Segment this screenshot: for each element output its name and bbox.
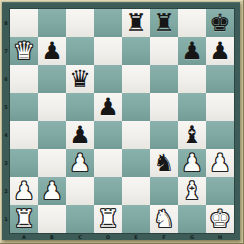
square-e2[interactable] <box>122 177 150 205</box>
square-a5[interactable] <box>10 93 38 121</box>
square-d8[interactable] <box>94 9 122 37</box>
file-labels: ABCDEFGH <box>10 233 234 241</box>
square-b8[interactable] <box>38 9 66 37</box>
piece-black-pawn: ♟ <box>94 93 122 121</box>
file-label-d: D <box>94 233 122 241</box>
file-label-e: E <box>122 233 150 241</box>
square-d3[interactable] <box>94 149 122 177</box>
square-a8[interactable] <box>10 9 38 37</box>
square-d5[interactable]: ♟ <box>94 93 122 121</box>
piece-white-pawn: ♟ <box>10 177 38 205</box>
square-f3[interactable]: ♞ <box>150 149 178 177</box>
square-a3[interactable] <box>10 149 38 177</box>
square-h6[interactable] <box>206 65 234 93</box>
rank-label-7: 7 <box>2 37 10 65</box>
rank-label-8: 8 <box>2 9 10 37</box>
piece-black-knight: ♞ <box>150 149 178 177</box>
square-c4[interactable]: ♟ <box>66 121 94 149</box>
square-b2[interactable]: ♟ <box>38 177 66 205</box>
square-b1[interactable] <box>38 205 66 233</box>
rank-labels: 87654321 <box>2 9 10 233</box>
square-f1[interactable]: ♞ <box>150 205 178 233</box>
piece-black-bishop: ♝ <box>178 121 206 149</box>
square-c8[interactable] <box>66 9 94 37</box>
rank-label-4: 4 <box>2 121 10 149</box>
square-b3[interactable] <box>38 149 66 177</box>
piece-black-rook: ♜ <box>150 9 178 37</box>
piece-black-pawn: ♟ <box>178 37 206 65</box>
rank-label-2: 2 <box>2 177 10 205</box>
piece-white-queen: ♛ <box>10 37 38 65</box>
rank-label-5: 5 <box>2 93 10 121</box>
square-c3[interactable]: ♟ <box>66 149 94 177</box>
square-d7[interactable] <box>94 37 122 65</box>
square-b6[interactable] <box>38 65 66 93</box>
chess-board: ♜♜♚♛♟♟♟♛♟♟♝♟♞♟♟♟♟♝♜♜♞♚ <box>10 9 234 233</box>
piece-white-knight: ♞ <box>150 205 178 233</box>
square-c7[interactable] <box>66 37 94 65</box>
square-f5[interactable] <box>150 93 178 121</box>
piece-white-rook: ♜ <box>94 205 122 233</box>
square-a4[interactable] <box>10 121 38 149</box>
piece-white-pawn: ♟ <box>38 177 66 205</box>
square-e7[interactable] <box>122 37 150 65</box>
square-b7[interactable]: ♟ <box>38 37 66 65</box>
square-e8[interactable]: ♜ <box>122 9 150 37</box>
square-d1[interactable]: ♜ <box>94 205 122 233</box>
square-a1[interactable]: ♜ <box>10 205 38 233</box>
file-label-f: F <box>150 233 178 241</box>
square-a2[interactable]: ♟ <box>10 177 38 205</box>
square-f7[interactable] <box>150 37 178 65</box>
square-d4[interactable] <box>94 121 122 149</box>
piece-black-pawn: ♟ <box>66 121 94 149</box>
square-a6[interactable] <box>10 65 38 93</box>
square-d2[interactable] <box>94 177 122 205</box>
square-h5[interactable] <box>206 93 234 121</box>
piece-black-king: ♚ <box>206 9 234 37</box>
piece-black-rook: ♜ <box>122 9 150 37</box>
square-f6[interactable] <box>150 65 178 93</box>
piece-black-pawn: ♟ <box>206 37 234 65</box>
piece-white-pawn: ♟ <box>66 149 94 177</box>
square-g1[interactable] <box>178 205 206 233</box>
square-g4[interactable]: ♝ <box>178 121 206 149</box>
square-c5[interactable] <box>66 93 94 121</box>
square-h8[interactable]: ♚ <box>206 9 234 37</box>
rank-label-1: 1 <box>2 205 10 233</box>
piece-black-queen: ♛ <box>66 65 94 93</box>
square-g6[interactable] <box>178 65 206 93</box>
square-e3[interactable] <box>122 149 150 177</box>
square-a7[interactable]: ♛ <box>10 37 38 65</box>
square-g7[interactable]: ♟ <box>178 37 206 65</box>
rank-label-3: 3 <box>2 149 10 177</box>
square-c6[interactable]: ♛ <box>66 65 94 93</box>
file-label-b: B <box>38 233 66 241</box>
square-e5[interactable] <box>122 93 150 121</box>
square-c1[interactable] <box>66 205 94 233</box>
piece-black-pawn: ♟ <box>38 37 66 65</box>
piece-white-pawn: ♟ <box>206 149 234 177</box>
piece-white-bishop: ♝ <box>178 177 206 205</box>
square-b4[interactable] <box>38 121 66 149</box>
square-h4[interactable] <box>206 121 234 149</box>
square-f8[interactable]: ♜ <box>150 9 178 37</box>
square-e1[interactable] <box>122 205 150 233</box>
square-c2[interactable] <box>66 177 94 205</box>
square-g2[interactable]: ♝ <box>178 177 206 205</box>
square-f2[interactable] <box>150 177 178 205</box>
square-b5[interactable] <box>38 93 66 121</box>
square-e6[interactable] <box>122 65 150 93</box>
file-label-c: C <box>66 233 94 241</box>
square-g3[interactable]: ♟ <box>178 149 206 177</box>
square-f4[interactable] <box>150 121 178 149</box>
square-h2[interactable] <box>206 177 234 205</box>
file-label-g: G <box>178 233 206 241</box>
square-h1[interactable]: ♚ <box>206 205 234 233</box>
board-border: 87654321 ABCDEFGH ♜♜♚♛♟♟♟♛♟♟♝♟♞♟♟♟♟♝♜♜♞♚ <box>2 2 240 240</box>
square-e4[interactable] <box>122 121 150 149</box>
piece-white-rook: ♜ <box>10 205 38 233</box>
square-g5[interactable] <box>178 93 206 121</box>
piece-white-pawn: ♟ <box>178 149 206 177</box>
file-label-a: A <box>10 233 38 241</box>
square-g8[interactable] <box>178 9 206 37</box>
piece-white-king: ♚ <box>206 205 234 233</box>
rank-label-6: 6 <box>2 65 10 93</box>
chess-diagram-frame: 87654321 ABCDEFGH ♜♜♚♛♟♟♟♛♟♟♝♟♞♟♟♟♟♝♜♜♞♚ <box>0 0 244 244</box>
square-h3[interactable]: ♟ <box>206 149 234 177</box>
square-h7[interactable]: ♟ <box>206 37 234 65</box>
file-label-h: H <box>206 233 234 241</box>
square-d6[interactable] <box>94 65 122 93</box>
